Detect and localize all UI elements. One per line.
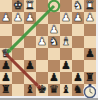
chess-board[interactable]: ♚♜♞♜♟♟♟♟♟♟♟♟♞♝♛♟♟♟♟♟♟♟♜♜♝♚♛♝♞ xyxy=(0,0,96,96)
square-f2[interactable]: ♟ xyxy=(24,12,36,24)
black-pawn-c6: ♟ xyxy=(61,60,71,72)
square-f8[interactable]: ♝ xyxy=(24,84,36,96)
square-e5[interactable] xyxy=(36,48,48,60)
white-knight-d4: ♞ xyxy=(49,36,59,48)
square-a5[interactable]: ♟ xyxy=(84,48,96,60)
square-a3[interactable] xyxy=(84,24,96,36)
square-a8[interactable] xyxy=(84,84,96,96)
square-b2[interactable]: ♟ xyxy=(72,12,84,24)
black-bishop-c8: ♝ xyxy=(61,84,71,96)
white-pawn-c2: ♟ xyxy=(61,12,71,24)
square-b5[interactable] xyxy=(72,48,84,60)
square-h8[interactable]: ♜ xyxy=(0,84,12,96)
square-b8[interactable]: ♞ xyxy=(72,84,84,96)
square-a2[interactable]: ♟ xyxy=(84,12,96,24)
white-pawn-g2: ♟ xyxy=(13,12,23,24)
black-rook-a7: ♜ xyxy=(85,72,95,84)
square-d1[interactable] xyxy=(48,0,60,12)
square-e6[interactable] xyxy=(36,60,48,72)
square-c8[interactable]: ♝ xyxy=(60,84,72,96)
square-g8[interactable] xyxy=(12,84,24,96)
black-queen-d8: ♛ xyxy=(49,84,59,96)
right-margin xyxy=(96,0,98,98)
black-rook-h8: ♜ xyxy=(1,84,11,96)
white-pawn-h2: ♟ xyxy=(1,12,11,24)
black-pawn-f6: ♟ xyxy=(25,60,35,72)
square-c6[interactable]: ♟ xyxy=(60,60,72,72)
square-g6[interactable] xyxy=(12,60,24,72)
white-pawn-e4: ♟ xyxy=(37,36,47,48)
square-d5[interactable] xyxy=(48,48,60,60)
white-bishop-c4: ♝ xyxy=(61,36,71,48)
square-e8[interactable]: ♚ xyxy=(36,84,48,96)
square-g2[interactable]: ♟ xyxy=(12,12,24,24)
black-knight-b8: ♞ xyxy=(73,84,83,96)
window-bottom-edge xyxy=(0,98,98,100)
white-pawn-a2: ♟ xyxy=(85,12,95,24)
square-g4[interactable] xyxy=(12,36,24,48)
black-king-e8: ♚ xyxy=(37,84,47,96)
square-g7[interactable] xyxy=(12,72,24,84)
black-bishop-f8: ♝ xyxy=(25,84,35,96)
square-e4[interactable]: ♟ xyxy=(36,36,48,48)
black-pawn-a5: ♟ xyxy=(85,48,95,60)
square-f3[interactable] xyxy=(24,24,36,36)
square-a7[interactable]: ♜ xyxy=(84,72,96,84)
square-c2[interactable]: ♟ xyxy=(60,12,72,24)
square-d4[interactable]: ♞ xyxy=(48,36,60,48)
square-g5[interactable] xyxy=(12,48,24,60)
square-g3[interactable] xyxy=(12,24,24,36)
square-e2[interactable] xyxy=(36,12,48,24)
square-f4[interactable] xyxy=(24,36,36,48)
square-d8[interactable]: ♛ xyxy=(48,84,60,96)
square-h3[interactable] xyxy=(0,24,12,36)
white-pawn-f2: ♟ xyxy=(25,12,35,24)
square-b3[interactable] xyxy=(72,24,84,36)
square-h2[interactable]: ♟ xyxy=(0,12,12,24)
square-e1[interactable] xyxy=(36,0,48,12)
square-c4[interactable]: ♝ xyxy=(60,36,72,48)
square-b4[interactable] xyxy=(72,36,84,48)
white-pawn-b2: ♟ xyxy=(73,12,83,24)
square-f6[interactable]: ♟ xyxy=(24,60,36,72)
